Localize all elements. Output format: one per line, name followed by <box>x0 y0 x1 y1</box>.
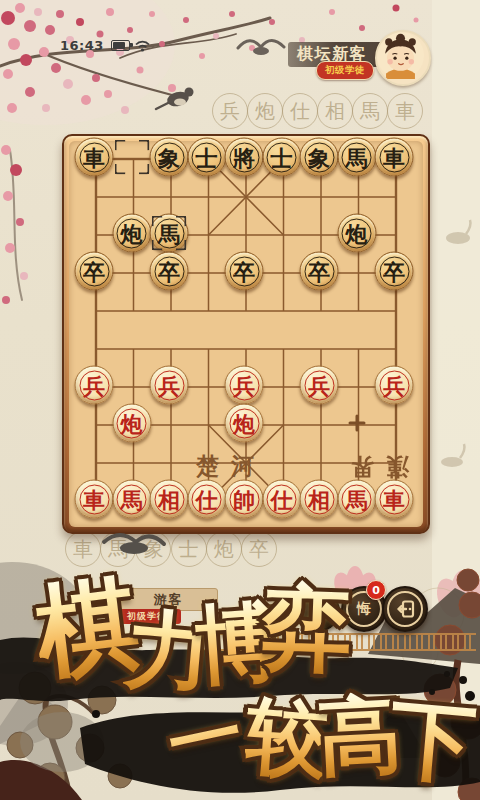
undo-count-badge: 0 <box>366 580 386 600</box>
perched-bird-icon <box>156 88 194 110</box>
piece-black-e7[interactable]: 卒 <box>225 252 264 291</box>
piece-black-c7[interactable]: 卒 <box>150 252 189 291</box>
watermark-piece: 仕 <box>282 93 318 129</box>
slogan-char: 下下 <box>386 692 479 785</box>
piece-char: 帥 <box>233 488 255 510</box>
piece-red-h1[interactable]: 馬 <box>337 480 376 519</box>
piece-char: 車 <box>383 146 405 168</box>
undo-count: 0 <box>372 585 380 596</box>
piece-red-i4[interactable]: 兵 <box>375 366 414 405</box>
piece-char: 車 <box>83 146 105 168</box>
piece-char: 象 <box>158 146 180 168</box>
piece-black-g7[interactable]: 卒 <box>300 252 339 291</box>
watermark-piece: 馬 <box>100 531 136 567</box>
piece-char: 車 <box>383 488 405 510</box>
piece-char: 馬 <box>158 222 180 244</box>
watermark-piece: 象 <box>135 531 171 567</box>
piece-char: 相 <box>308 488 330 510</box>
player-avatar[interactable] <box>375 30 431 86</box>
piece-red-b3[interactable]: 炮 <box>112 404 151 443</box>
piece-black-c10[interactable]: 象 <box>150 138 189 177</box>
slogan-char: 高高 <box>316 690 404 778</box>
piece-char: 卒 <box>233 260 255 282</box>
watermark-piece: 卒 <box>241 531 277 567</box>
piece-red-f1[interactable]: 仕 <box>262 480 301 519</box>
piece-red-c1[interactable]: 相 <box>150 480 189 519</box>
piece-char: 炮 <box>121 222 143 244</box>
piece-red-i1[interactable]: 車 <box>375 480 414 519</box>
clock-time: 16:43 <box>60 38 104 53</box>
piece-black-e10[interactable]: 將 <box>225 138 264 177</box>
piece-char: 車 <box>83 488 105 510</box>
piece-black-g10[interactable]: 象 <box>300 138 339 177</box>
piece-black-a7[interactable]: 卒 <box>75 252 114 291</box>
piece-black-a10[interactable]: 車 <box>75 138 114 177</box>
piece-red-d1[interactable]: 仕 <box>187 480 226 519</box>
piece-char: 卒 <box>158 260 180 282</box>
piece-char: 炮 <box>346 222 368 244</box>
slogan-char: 一一 <box>161 693 249 781</box>
piece-red-a4[interactable]: 兵 <box>75 366 114 405</box>
piece-red-g1[interactable]: 相 <box>300 480 339 519</box>
piece-char: 士 <box>196 146 218 168</box>
restart-button[interactable] <box>300 591 340 631</box>
wifi-icon <box>134 39 151 52</box>
river-text-left: 楚河 <box>177 451 273 482</box>
status-bar: 16:43 <box>60 38 151 53</box>
piece-black-i10[interactable]: 車 <box>375 138 414 177</box>
door-exit-icon <box>394 598 416 620</box>
exit-button[interactable] <box>382 586 428 632</box>
watermark-piece: 兵 <box>212 93 248 129</box>
piece-char: 仕 <box>196 488 218 510</box>
piece-char: 卒 <box>383 260 405 282</box>
slogan-char: 较较 <box>243 691 331 779</box>
piece-char: 炮 <box>233 412 255 434</box>
piece-black-h10[interactable]: 馬 <box>337 138 376 177</box>
piece-black-i7[interactable]: 卒 <box>375 252 414 291</box>
watermark-piece: 炮 <box>247 93 283 129</box>
piece-red-b1[interactable]: 馬 <box>112 480 151 519</box>
circular-arrows-icon <box>308 599 332 623</box>
guest-level-label: 初级学徒 <box>127 610 167 623</box>
watermark-piece: 車 <box>387 93 423 129</box>
river-text-right: 漢界 <box>332 451 428 482</box>
piece-char: 卒 <box>83 260 105 282</box>
watermark-piece: 馬 <box>352 93 388 129</box>
piece-black-c8[interactable]: 馬 <box>150 214 189 253</box>
child-avatar-icon <box>377 32 424 79</box>
xiangqi-board[interactable]: 楚河 漢界 <box>62 134 430 534</box>
watermark-piece: 士 <box>171 531 207 567</box>
guest-name-plate[interactable]: 游客 <box>119 588 218 611</box>
piece-char: 兵 <box>383 374 405 396</box>
piece-char: 兵 <box>83 374 105 396</box>
piece-black-d10[interactable]: 士 <box>187 138 226 177</box>
guest-label: 游客 <box>154 591 184 609</box>
piece-char: 士 <box>271 146 293 168</box>
flying-bird-icon <box>238 41 284 56</box>
watermark-piece: 相 <box>317 93 353 129</box>
battery-icon <box>111 40 130 51</box>
watermark-piece: 炮 <box>206 531 242 567</box>
piece-char: 將 <box>233 146 255 168</box>
piece-red-g4[interactable]: 兵 <box>300 366 339 405</box>
piece-red-a1[interactable]: 車 <box>75 480 114 519</box>
piece-char: 象 <box>308 146 330 168</box>
watermark-piece: 車 <box>65 531 101 567</box>
undo-button-label: 悔 <box>357 600 371 618</box>
level-badge-label: 初级学徒 <box>325 64 365 77</box>
level-badge: 初级学徒 <box>316 61 374 80</box>
piece-red-e4[interactable]: 兵 <box>225 366 264 405</box>
piece-black-f10[interactable]: 士 <box>262 138 301 177</box>
piece-red-c4[interactable]: 兵 <box>150 366 189 405</box>
piece-char: 兵 <box>233 374 255 396</box>
piece-char: 卒 <box>308 260 330 282</box>
piece-char: 馬 <box>121 488 143 510</box>
piece-char: 馬 <box>346 146 368 168</box>
guest-level-chip: 初级学徒 <box>113 609 181 624</box>
piece-char: 仕 <box>271 488 293 510</box>
piece-char: 馬 <box>346 488 368 510</box>
piece-char: 兵 <box>308 374 330 396</box>
xiangqi-app-screen: 16:43 棋坛新客 初级学徒 兵炮仕相馬車 車馬象士炮卒 <box>0 0 480 800</box>
piece-black-b8[interactable]: 炮 <box>112 214 151 253</box>
meander-border <box>200 633 476 651</box>
piece-char: 炮 <box>121 412 143 434</box>
piece-black-h8[interactable]: 炮 <box>337 214 376 253</box>
piece-char: 兵 <box>158 374 180 396</box>
piece-red-e3[interactable]: 炮 <box>225 404 264 443</box>
piece-red-e1[interactable]: 帥 <box>225 480 264 519</box>
piece-char: 相 <box>158 488 180 510</box>
slogan-char: 棋棋 <box>30 568 144 682</box>
